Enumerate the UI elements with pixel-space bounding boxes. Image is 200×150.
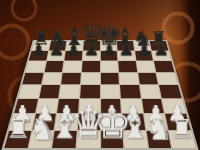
square-b6[interactable]	[44, 61, 63, 72]
square-e6[interactable]	[100, 61, 118, 72]
square-c6[interactable]	[63, 61, 82, 72]
square-g1[interactable]: ♞	[146, 130, 171, 148]
square-a4[interactable]	[18, 85, 40, 98]
square-h6[interactable]	[154, 61, 174, 72]
square-e5[interactable]	[100, 73, 119, 85]
square-d1[interactable]: ♛	[77, 130, 100, 148]
square-f6[interactable]	[118, 61, 137, 72]
square-b5[interactable]	[42, 73, 62, 85]
square-h5[interactable]	[157, 73, 178, 85]
square-b4[interactable]	[39, 85, 60, 98]
square-d4[interactable]	[80, 85, 100, 98]
square-f4[interactable]	[120, 85, 140, 98]
piece-black-pawn[interactable]: ♟	[148, 43, 175, 56]
square-f5[interactable]	[119, 73, 138, 85]
square-c4[interactable]	[59, 85, 79, 98]
piece-white-knight[interactable]: ♞	[23, 117, 60, 139]
square-b1[interactable]: ♞	[28, 130, 53, 148]
chess-board: ♜♞♝♛♚♝♞♜♟♟♟♟♟♟♟♟♟♟♟♟♟♟♟♟♜♞♝♛♚♝♞♜	[1, 40, 199, 150]
square-d5[interactable]	[81, 73, 100, 85]
square-h4[interactable]	[159, 85, 181, 98]
square-a5[interactable]	[22, 73, 43, 85]
square-h7[interactable]: ♟	[152, 51, 171, 61]
square-c5[interactable]	[61, 73, 80, 85]
piece-white-queen[interactable]: ♛	[70, 111, 107, 139]
square-a6[interactable]	[26, 61, 46, 72]
piece-white-knight[interactable]: ♞	[140, 117, 177, 139]
square-g4[interactable]	[140, 85, 161, 98]
square-d6[interactable]	[82, 61, 100, 72]
chess-game-scene: ♜♞♝♛♚♝♞♜♟♟♟♟♟♟♟♟♟♟♟♟♟♟♟♟♜♞♝♛♚♝♞♜	[0, 0, 200, 150]
square-e4[interactable]	[101, 85, 121, 98]
square-g5[interactable]	[138, 73, 158, 85]
square-g6[interactable]	[136, 61, 155, 72]
